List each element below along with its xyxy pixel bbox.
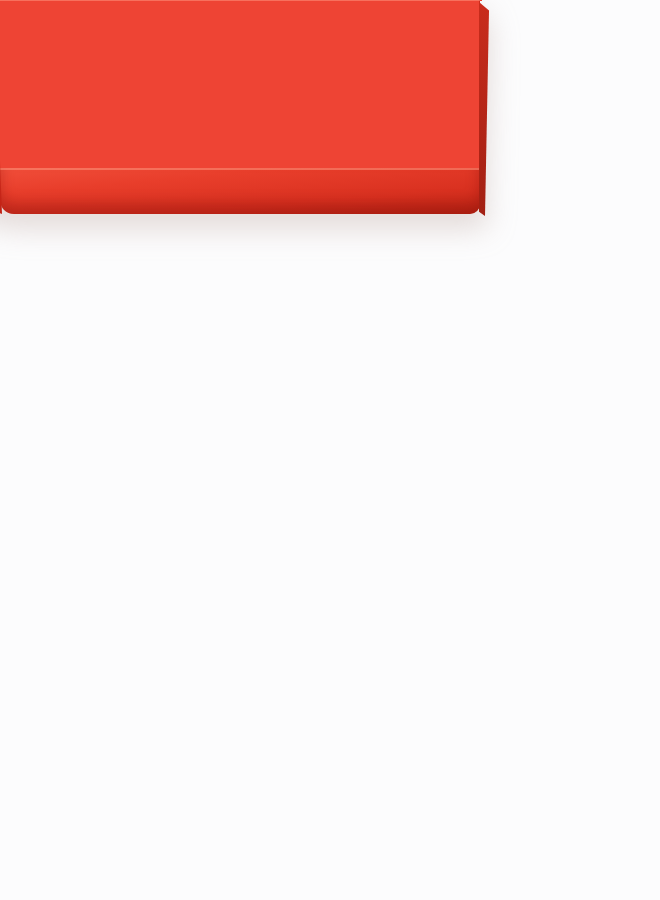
box-front-wall [0,168,480,214]
insert-box [0,0,480,220]
compartment-grid [0,0,480,168]
product-photo [0,0,660,900]
box-right-wall [479,2,489,216]
box-top-rim [0,0,480,168]
